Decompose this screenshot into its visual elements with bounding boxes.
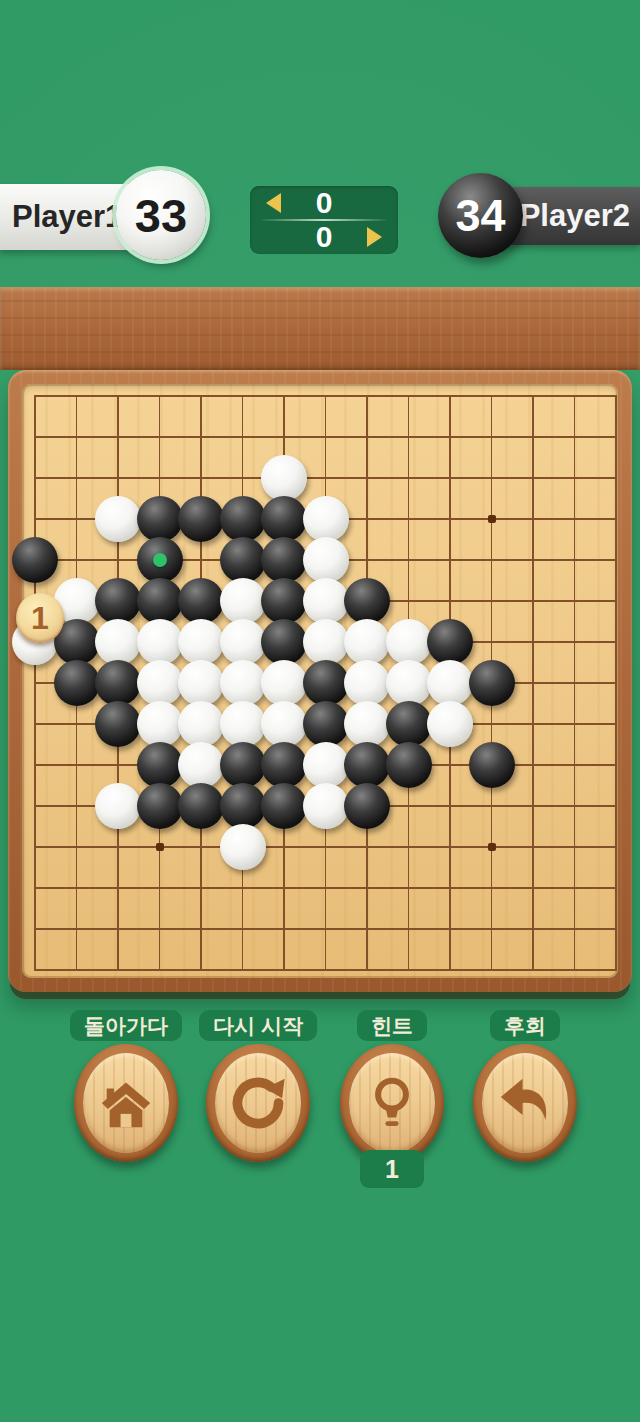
grid-line-horizontal [34,969,617,971]
undo-arrow-icon [482,1053,568,1153]
home-button-label: 돌아가다 [70,1010,182,1041]
white-stone [137,660,183,706]
white-stone [303,537,349,583]
black-stone [427,619,473,665]
black-stone [220,496,266,542]
black-stone [220,537,266,583]
black-stone [137,496,183,542]
white-stone [344,660,390,706]
white-stone [220,824,266,870]
black-stone [137,578,183,624]
star-point [488,515,496,523]
black-stone [261,537,307,583]
restart-icon [215,1053,301,1153]
black-stone [178,496,224,542]
black-stone [95,701,141,747]
white-stone [427,660,473,706]
bulb-icon [349,1053,435,1153]
black-stone [54,660,100,706]
white-stone [220,660,266,706]
player1-white-stone-counter: 33 [116,170,206,260]
black-stone [303,660,349,706]
gomoku-app: { "game": { "name": "Gomoku (오목, five-in… [0,0,640,1422]
match-score-top: 0 [250,187,398,219]
black-stone [344,742,390,788]
black-stone [261,742,307,788]
white-stone [303,742,349,788]
white-stone [303,619,349,665]
white-stone [220,619,266,665]
right-triangle-icon[interactable] [367,227,382,247]
undo-button-label: 후회 [490,1010,560,1041]
player2-stone-count: 34 [455,190,505,242]
black-stone [386,701,432,747]
black-stone [178,578,224,624]
player2-name: Player2 [520,198,630,234]
grid-line-horizontal [34,887,617,889]
black-stone [261,783,307,829]
black-stone [178,783,224,829]
black-stone [95,660,141,706]
white-stone [95,783,141,829]
title-bar: 1 OFF 혼자 놀기 ? [0,287,640,370]
black-stone [344,783,390,829]
board-frame [8,370,632,992]
grid-line-horizontal [34,846,617,848]
white-stone [386,619,432,665]
white-stone [303,496,349,542]
grid-line-horizontal [34,477,617,479]
star-point [488,843,496,851]
white-stone [220,578,266,624]
black-stone [261,578,307,624]
white-stone [303,783,349,829]
black-stone [344,578,390,624]
white-stone [344,619,390,665]
white-stone [178,619,224,665]
black-stone [220,742,266,788]
home-icon [83,1053,169,1153]
player1-name: Player1 [12,199,122,235]
home-button[interactable] [74,1044,178,1162]
match-score-panel: 0 0 [250,186,398,254]
black-stone [261,496,307,542]
black-stone [386,742,432,788]
grid-line-horizontal [34,436,617,438]
white-stone [261,701,307,747]
black-stone [137,742,183,788]
white-stone [178,660,224,706]
white-stone [178,701,224,747]
black-stone [303,701,349,747]
player-bar: Player1 Player2 33 34 0 0 [0,0,640,290]
hint-button[interactable] [340,1044,444,1162]
undo-button[interactable] [473,1044,577,1162]
hint-count-badge: 1 [360,1150,424,1188]
board[interactable] [22,384,618,978]
grid-line-horizontal [34,395,617,397]
white-stone [427,701,473,747]
grid-line-horizontal [34,928,617,930]
hint-button-label: 힌트 [357,1010,427,1041]
black-stone [469,660,515,706]
black-stone [137,783,183,829]
black-stone [220,783,266,829]
black-stone [261,619,307,665]
black-stone [12,537,58,583]
move-number-badge[interactable]: 1 [16,593,64,643]
restart-button-label: 다시 시작 [199,1010,317,1041]
player2-black-stone-counter: 34 [438,173,523,258]
player1-stone-count: 33 [135,188,187,243]
last-move-marker [153,553,167,567]
white-stone [95,619,141,665]
white-stone [178,742,224,788]
star-point [156,843,164,851]
white-stone [386,660,432,706]
white-stone [344,701,390,747]
black-stone [469,742,515,788]
white-stone [261,455,307,501]
white-stone [261,660,307,706]
restart-button[interactable] [206,1044,310,1162]
white-stone [137,701,183,747]
white-stone [220,701,266,747]
white-stone [137,619,183,665]
black-stone [95,578,141,624]
white-stone [95,496,141,542]
white-stone [303,578,349,624]
black-stone [137,537,183,583]
